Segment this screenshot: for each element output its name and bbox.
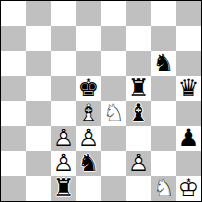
square-c8[interactable] [51,1,76,26]
square-d4[interactable]: ♝♗ [76,101,101,126]
square-g7[interactable] [151,26,176,51]
square-h1[interactable]: ♚♔ [176,176,201,201]
square-h5[interactable]: ♛ [176,76,201,101]
square-c1[interactable]: ♜ [51,176,76,201]
square-g5[interactable] [151,76,176,101]
square-a4[interactable] [1,101,26,126]
piece-black-rook[interactable]: ♜ [126,76,151,101]
square-b3[interactable] [26,126,51,151]
square-e7[interactable] [101,26,126,51]
square-b5[interactable] [26,76,51,101]
piece-outline: ♙ [53,126,75,151]
square-g3[interactable] [151,126,176,151]
square-g1[interactable]: ♞♘ [151,176,176,201]
piece-white-pawn[interactable]: ♟♙ [51,126,76,151]
piece-outline: ♘ [103,101,125,126]
square-b1[interactable] [26,176,51,201]
square-e4[interactable]: ♞♘ [101,101,126,126]
square-e8[interactable] [101,1,126,26]
square-f3[interactable] [126,126,151,151]
square-f1[interactable] [126,176,151,201]
square-h7[interactable] [176,26,201,51]
square-a3[interactable] [1,126,26,151]
square-f5[interactable]: ♜ [126,76,151,101]
square-g8[interactable] [151,1,176,26]
square-d1[interactable] [76,176,101,201]
piece-outline: ♗ [78,101,100,126]
square-e3[interactable] [101,126,126,151]
piece-white-pawn[interactable]: ♟♙ [126,151,151,176]
piece-black-pawn[interactable]: ♟ [176,126,201,151]
square-f4[interactable]: ♝ [126,101,151,126]
piece-outline: ♙ [128,151,150,176]
square-c5[interactable] [51,76,76,101]
square-g4[interactable] [151,101,176,126]
square-h4[interactable] [176,101,201,126]
square-b4[interactable] [26,101,51,126]
piece-black-rook[interactable]: ♜ [51,176,76,201]
square-d8[interactable] [76,1,101,26]
square-a5[interactable] [1,76,26,101]
square-e5[interactable] [101,76,126,101]
square-e6[interactable] [101,51,126,76]
square-g2[interactable] [151,151,176,176]
square-f7[interactable] [126,26,151,51]
square-a2[interactable] [1,151,26,176]
square-d6[interactable] [76,51,101,76]
piece-outline: ♘ [153,176,175,201]
square-c7[interactable] [51,26,76,51]
square-a6[interactable] [1,51,26,76]
square-f8[interactable] [126,1,151,26]
piece-outline: ♔ [178,176,200,201]
piece-white-king[interactable]: ♚♔ [176,176,201,201]
square-a1[interactable] [1,176,26,201]
square-d7[interactable] [76,26,101,51]
piece-white-knight[interactable]: ♞♘ [101,101,126,126]
square-g6[interactable]: ♞ [151,51,176,76]
square-f2[interactable]: ♟♙ [126,151,151,176]
piece-white-pawn[interactable]: ♟♙ [51,151,76,176]
square-b6[interactable] [26,51,51,76]
square-c6[interactable] [51,51,76,76]
piece-white-pawn[interactable]: ♟♙ [76,126,101,151]
square-c4[interactable] [51,101,76,126]
square-d2[interactable]: ♞ [76,151,101,176]
square-h6[interactable] [176,51,201,76]
piece-outline: ♙ [53,151,75,176]
piece-black-bishop[interactable]: ♝ [126,101,151,126]
square-c2[interactable]: ♟♙ [51,151,76,176]
square-b2[interactable] [26,151,51,176]
square-h3[interactable]: ♟ [176,126,201,151]
square-d3[interactable]: ♟♙ [76,126,101,151]
square-e1[interactable] [101,176,126,201]
piece-white-bishop[interactable]: ♝♗ [76,101,101,126]
piece-white-knight[interactable]: ♞♘ [151,176,176,201]
square-f6[interactable] [126,51,151,76]
chess-board: ♞♚♜♛♝♗♞♘♝♟♙♟♙♟♟♙♞♟♙♜♞♘♚♔ [0,0,202,202]
piece-black-queen[interactable]: ♛ [176,76,201,101]
piece-black-knight[interactable]: ♞ [76,151,101,176]
square-a8[interactable] [1,1,26,26]
piece-outline: ♙ [78,126,100,151]
piece-black-knight[interactable]: ♞ [151,51,176,76]
square-c3[interactable]: ♟♙ [51,126,76,151]
square-b7[interactable] [26,26,51,51]
square-h8[interactable] [176,1,201,26]
square-a7[interactable] [1,26,26,51]
square-d5[interactable]: ♚ [76,76,101,101]
square-b8[interactable] [26,1,51,26]
square-e2[interactable] [101,151,126,176]
square-h2[interactable] [176,151,201,176]
piece-black-king[interactable]: ♚ [76,76,101,101]
